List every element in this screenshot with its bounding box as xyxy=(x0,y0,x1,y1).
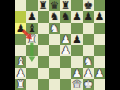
square-e3[interactable] xyxy=(60,56,71,67)
square-f8[interactable] xyxy=(71,0,82,11)
square-g8[interactable]: ♚ xyxy=(83,0,94,11)
square-h1[interactable] xyxy=(94,79,105,90)
square-a3[interactable]: ♝ xyxy=(15,56,26,67)
square-b1[interactable] xyxy=(26,79,37,90)
square-d7[interactable]: ♞ xyxy=(49,11,60,22)
app-frame: ♜♛♜♚♟♞♞♟♟♟♟♝♞♜♟♟♟♝♞♟♟♟♟♜♛♚ xyxy=(0,0,120,90)
square-c6[interactable] xyxy=(38,23,49,34)
white-pawn[interactable]: ♟ xyxy=(95,68,104,79)
square-e4[interactable]: ♟ xyxy=(60,45,71,56)
square-e5[interactable]: ♟ xyxy=(60,34,71,45)
square-g4[interactable] xyxy=(83,45,94,56)
square-b8[interactable] xyxy=(26,0,37,11)
square-d4[interactable] xyxy=(49,45,60,56)
chess-board[interactable]: ♜♛♜♚♟♞♞♟♟♟♟♝♞♜♟♟♟♝♞♟♟♟♟♜♛♚ xyxy=(15,0,105,90)
square-f6[interactable] xyxy=(71,23,82,34)
square-a5[interactable] xyxy=(15,34,26,45)
black-rook[interactable]: ♜ xyxy=(38,0,47,11)
square-g1[interactable]: ♚ xyxy=(83,79,94,90)
square-a8[interactable] xyxy=(15,0,26,11)
white-pawn[interactable]: ♟ xyxy=(72,68,81,79)
black-pawn[interactable]: ♟ xyxy=(72,11,81,22)
square-h7[interactable]: ♟ xyxy=(94,11,105,22)
white-rook[interactable]: ♜ xyxy=(27,34,36,45)
white-king[interactable]: ♚ xyxy=(83,79,92,90)
square-d3[interactable] xyxy=(49,56,60,67)
square-c4[interactable] xyxy=(38,45,49,56)
square-g2[interactable]: ♟ xyxy=(83,68,94,79)
square-f5[interactable]: ♟ xyxy=(71,34,82,45)
square-f1[interactable]: ♛ xyxy=(71,79,82,90)
square-d6[interactable]: ♞ xyxy=(49,23,60,34)
black-pawn[interactable]: ♟ xyxy=(95,11,104,22)
square-c5[interactable] xyxy=(38,34,49,45)
square-c3[interactable] xyxy=(38,56,49,67)
square-d8[interactable]: ♛ xyxy=(49,0,60,11)
square-h4[interactable] xyxy=(94,45,105,56)
black-knight[interactable]: ♞ xyxy=(61,11,70,22)
white-pawn[interactable]: ♟ xyxy=(16,68,25,79)
square-b2[interactable] xyxy=(26,68,37,79)
letterbox-right xyxy=(105,0,120,90)
square-g5[interactable] xyxy=(83,34,94,45)
white-knight[interactable]: ♞ xyxy=(83,56,92,67)
square-e7[interactable]: ♞ xyxy=(60,11,71,22)
white-knight[interactable]: ♞ xyxy=(50,23,59,34)
black-bishop[interactable]: ♝ xyxy=(27,23,36,34)
black-knight[interactable]: ♞ xyxy=(50,11,59,22)
black-pawn[interactable]: ♟ xyxy=(72,34,81,45)
square-a1[interactable]: ♜ xyxy=(15,79,26,90)
square-e1[interactable] xyxy=(60,79,71,90)
black-pawn[interactable]: ♟ xyxy=(83,11,92,22)
square-e6[interactable] xyxy=(60,23,71,34)
white-pawn[interactable]: ♟ xyxy=(61,45,70,56)
square-c1[interactable] xyxy=(38,79,49,90)
black-pawn[interactable]: ♟ xyxy=(27,11,36,22)
square-h5[interactable] xyxy=(94,34,105,45)
square-b3[interactable] xyxy=(26,56,37,67)
square-d5[interactable] xyxy=(49,34,60,45)
square-c8[interactable]: ♜ xyxy=(38,0,49,11)
square-a7[interactable] xyxy=(15,11,26,22)
white-rook[interactable]: ♜ xyxy=(16,79,25,90)
black-pawn[interactable]: ♟ xyxy=(16,23,25,34)
square-a2[interactable]: ♟ xyxy=(15,68,26,79)
black-rook[interactable]: ♜ xyxy=(61,0,70,11)
square-h8[interactable] xyxy=(94,0,105,11)
square-h2[interactable]: ♟ xyxy=(94,68,105,79)
square-b7[interactable]: ♟ xyxy=(26,11,37,22)
square-a6[interactable]: ♟ xyxy=(15,23,26,34)
square-e8[interactable]: ♜ xyxy=(60,0,71,11)
white-pawn[interactable]: ♟ xyxy=(61,34,70,45)
square-e2[interactable] xyxy=(60,68,71,79)
black-king[interactable]: ♚ xyxy=(83,0,92,11)
square-h3[interactable] xyxy=(94,56,105,67)
square-d1[interactable] xyxy=(49,79,60,90)
square-g3[interactable]: ♞ xyxy=(83,56,94,67)
white-queen[interactable]: ♛ xyxy=(72,79,81,90)
black-queen[interactable]: ♛ xyxy=(50,0,59,11)
square-f3[interactable] xyxy=(71,56,82,67)
white-bishop[interactable]: ♝ xyxy=(16,56,25,67)
square-f2[interactable]: ♟ xyxy=(71,68,82,79)
letterbox-left xyxy=(0,0,15,90)
white-pawn[interactable]: ♟ xyxy=(83,68,92,79)
square-g6[interactable] xyxy=(83,23,94,34)
square-c2[interactable] xyxy=(38,68,49,79)
square-b5[interactable]: ♜ xyxy=(26,34,37,45)
square-a4[interactable] xyxy=(15,45,26,56)
square-f4[interactable] xyxy=(71,45,82,56)
square-b6[interactable]: ♝ xyxy=(26,23,37,34)
square-f7[interactable]: ♟ xyxy=(71,11,82,22)
square-c7[interactable] xyxy=(38,11,49,22)
square-d2[interactable] xyxy=(49,68,60,79)
square-b4[interactable] xyxy=(26,45,37,56)
square-h6[interactable] xyxy=(94,23,105,34)
square-g7[interactable]: ♟ xyxy=(83,11,94,22)
